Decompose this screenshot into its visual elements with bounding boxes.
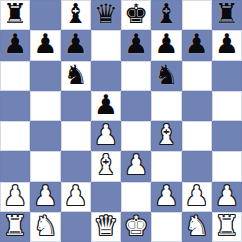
piece-white-pawn[interactable]: ♟ <box>64 181 88 211</box>
square-f4[interactable]: ♝ <box>151 121 181 151</box>
piece-black-pawn[interactable]: ♟ <box>3 29 27 59</box>
square-f5[interactable] <box>151 91 181 121</box>
square-a5[interactable] <box>0 91 30 121</box>
square-a4[interactable] <box>0 121 30 151</box>
piece-black-king[interactable]: ♚ <box>124 0 148 29</box>
square-h8[interactable]: ♜ <box>212 0 242 30</box>
square-b5[interactable] <box>30 91 60 121</box>
square-g4[interactable] <box>182 121 212 151</box>
square-c2[interactable]: ♟ <box>61 182 91 212</box>
square-g2[interactable]: ♟ <box>182 182 212 212</box>
square-g3[interactable] <box>182 151 212 181</box>
square-g6[interactable] <box>182 61 212 91</box>
piece-white-bishop[interactable]: ♝ <box>94 150 118 180</box>
square-h7[interactable]: ♟ <box>212 30 242 60</box>
square-h6[interactable] <box>212 61 242 91</box>
piece-white-bishop[interactable]: ♝ <box>154 120 178 150</box>
square-e3[interactable]: ♟ <box>121 151 151 181</box>
square-e7[interactable]: ♟ <box>121 30 151 60</box>
square-b7[interactable]: ♟ <box>30 30 60 60</box>
square-h1[interactable]: ♜ <box>212 212 242 242</box>
square-d6[interactable] <box>91 61 121 91</box>
square-c8[interactable]: ♝ <box>61 0 91 30</box>
square-h5[interactable] <box>212 91 242 121</box>
piece-black-bishop[interactable]: ♝ <box>64 0 88 29</box>
square-c5[interactable] <box>61 91 91 121</box>
square-d5[interactable]: ♟ <box>91 91 121 121</box>
square-a6[interactable] <box>0 61 30 91</box>
piece-white-knight[interactable]: ♞ <box>33 211 57 241</box>
piece-white-pawn[interactable]: ♟ <box>185 181 209 211</box>
piece-white-pawn[interactable]: ♟ <box>94 120 118 150</box>
piece-white-rook[interactable]: ♜ <box>3 211 27 241</box>
chess-board: ♜♝♛♚♝♜♟♟♟♟♟♟♟♞♞♟♟♝♝♟♟♟♟♟♟♟♜♞♛♚♞♜ <box>0 0 242 242</box>
square-g5[interactable] <box>182 91 212 121</box>
square-d2[interactable] <box>91 182 121 212</box>
piece-white-knight[interactable]: ♞ <box>185 211 209 241</box>
square-e4[interactable] <box>121 121 151 151</box>
square-b6[interactable] <box>30 61 60 91</box>
square-f8[interactable]: ♝ <box>151 0 181 30</box>
square-d7[interactable] <box>91 30 121 60</box>
piece-black-pawn[interactable]: ♟ <box>94 90 118 120</box>
square-g8[interactable] <box>182 0 212 30</box>
piece-white-king[interactable]: ♚ <box>124 211 148 241</box>
square-h2[interactable]: ♟ <box>212 182 242 212</box>
square-b3[interactable] <box>30 151 60 181</box>
piece-black-knight[interactable]: ♞ <box>64 60 88 90</box>
square-c6[interactable]: ♞ <box>61 61 91 91</box>
square-b4[interactable] <box>30 121 60 151</box>
square-a1[interactable]: ♜ <box>0 212 30 242</box>
square-e2[interactable] <box>121 182 151 212</box>
square-a7[interactable]: ♟ <box>0 30 30 60</box>
piece-black-rook[interactable]: ♜ <box>3 0 27 29</box>
square-g1[interactable]: ♞ <box>182 212 212 242</box>
piece-black-queen[interactable]: ♛ <box>94 0 118 29</box>
piece-white-pawn[interactable]: ♟ <box>3 181 27 211</box>
square-a3[interactable] <box>0 151 30 181</box>
square-d1[interactable]: ♛ <box>91 212 121 242</box>
piece-black-rook[interactable]: ♜ <box>215 0 239 29</box>
square-e5[interactable] <box>121 91 151 121</box>
square-a8[interactable]: ♜ <box>0 0 30 30</box>
piece-black-pawn[interactable]: ♟ <box>33 29 57 59</box>
piece-black-knight[interactable]: ♞ <box>154 60 178 90</box>
square-c3[interactable] <box>61 151 91 181</box>
square-b8[interactable] <box>30 0 60 30</box>
piece-black-pawn[interactable]: ♟ <box>124 29 148 59</box>
square-h3[interactable] <box>212 151 242 181</box>
piece-white-rook[interactable]: ♜ <box>215 211 239 241</box>
chess-app: ♜♝♛♚♝♜♟♟♟♟♟♟♟♞♞♟♟♝♝♟♟♟♟♟♟♟♜♞♛♚♞♜ <box>0 0 242 242</box>
square-a2[interactable]: ♟ <box>0 182 30 212</box>
piece-white-pawn[interactable]: ♟ <box>33 181 57 211</box>
piece-black-pawn[interactable]: ♟ <box>185 29 209 59</box>
square-c4[interactable] <box>61 121 91 151</box>
square-e6[interactable] <box>121 61 151 91</box>
square-f6[interactable]: ♞ <box>151 61 181 91</box>
square-f7[interactable]: ♟ <box>151 30 181 60</box>
piece-black-pawn[interactable]: ♟ <box>215 29 239 59</box>
piece-black-pawn[interactable]: ♟ <box>154 29 178 59</box>
piece-black-pawn[interactable]: ♟ <box>64 29 88 59</box>
square-h4[interactable] <box>212 121 242 151</box>
square-d4[interactable]: ♟ <box>91 121 121 151</box>
square-c7[interactable]: ♟ <box>61 30 91 60</box>
piece-white-pawn[interactable]: ♟ <box>215 181 239 211</box>
square-f1[interactable] <box>151 212 181 242</box>
square-e8[interactable]: ♚ <box>121 0 151 30</box>
piece-white-pawn[interactable]: ♟ <box>124 150 148 180</box>
square-d8[interactable]: ♛ <box>91 0 121 30</box>
square-f2[interactable]: ♟ <box>151 182 181 212</box>
square-b2[interactable]: ♟ <box>30 182 60 212</box>
square-g7[interactable]: ♟ <box>182 30 212 60</box>
square-e1[interactable]: ♚ <box>121 212 151 242</box>
square-b1[interactable]: ♞ <box>30 212 60 242</box>
square-f3[interactable] <box>151 151 181 181</box>
square-c1[interactable] <box>61 212 91 242</box>
piece-black-bishop[interactable]: ♝ <box>154 0 178 29</box>
piece-white-queen[interactable]: ♛ <box>94 211 118 241</box>
piece-white-pawn[interactable]: ♟ <box>154 181 178 211</box>
square-d3[interactable]: ♝ <box>91 151 121 181</box>
